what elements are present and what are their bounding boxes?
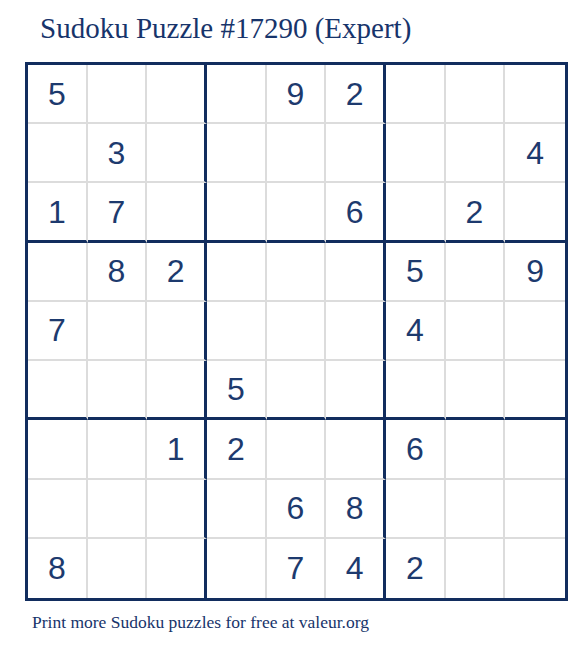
cell-r9c2 [88,539,148,598]
cell-r1c4 [207,65,267,124]
cell-r3c6: 6 [326,183,386,242]
cell-r3c4 [207,183,267,242]
cell-r8c4 [207,480,267,539]
cell-r1c6: 2 [326,65,386,124]
cell-r9c7: 2 [386,539,446,598]
cell-r3c5 [267,183,327,242]
cell-r7c3: 1 [147,420,207,479]
cell-r8c9 [505,480,565,539]
cell-r9c8 [446,539,506,598]
cell-r7c4: 2 [207,420,267,479]
cell-r1c3 [147,65,207,124]
cell-r1c2 [88,65,148,124]
cell-r6c3 [147,361,207,420]
cell-r6c2 [88,361,148,420]
cell-r1c9 [505,65,565,124]
cell-r2c6 [326,124,386,183]
cell-r4c7: 5 [386,243,446,302]
page: Sudoku Puzzle #17290 (Expert) 5923417628… [0,0,580,651]
cell-r7c2 [88,420,148,479]
cell-r8c6: 8 [326,480,386,539]
cell-r7c5 [267,420,327,479]
cell-r8c7 [386,480,446,539]
cell-r6c8 [446,361,506,420]
cell-r7c8 [446,420,506,479]
cell-r7c6 [326,420,386,479]
cell-r6c7 [386,361,446,420]
footer-text: Print more Sudoku puzzles for free at va… [32,612,369,633]
cell-r1c1: 5 [28,65,88,124]
cell-r6c5 [267,361,327,420]
cell-r9c4 [207,539,267,598]
cell-r5c2 [88,302,148,361]
cell-r2c1 [28,124,88,183]
cell-r3c8: 2 [446,183,506,242]
cell-r1c8 [446,65,506,124]
cell-r8c8 [446,480,506,539]
cell-r5c8 [446,302,506,361]
cell-r2c2: 3 [88,124,148,183]
cell-r8c2 [88,480,148,539]
cell-r3c3 [147,183,207,242]
cell-r8c1 [28,480,88,539]
cell-r6c6 [326,361,386,420]
cell-r9c1: 8 [28,539,88,598]
cell-r5c7: 4 [386,302,446,361]
cell-r5c3 [147,302,207,361]
cell-r4c5 [267,243,327,302]
cell-r7c1 [28,420,88,479]
cell-r9c9 [505,539,565,598]
cell-r1c5: 9 [267,65,327,124]
cell-r4c9: 9 [505,243,565,302]
cell-r3c9 [505,183,565,242]
cell-r9c5: 7 [267,539,327,598]
cell-r2c3 [147,124,207,183]
cell-r4c1 [28,243,88,302]
cell-r4c6 [326,243,386,302]
cell-r2c4 [207,124,267,183]
cell-r7c7: 6 [386,420,446,479]
cell-r6c9 [505,361,565,420]
cell-r2c5 [267,124,327,183]
cell-r4c3: 2 [147,243,207,302]
cell-r9c6: 4 [326,539,386,598]
cell-r5c1: 7 [28,302,88,361]
cell-r3c7 [386,183,446,242]
cell-r5c5 [267,302,327,361]
cell-r3c2: 7 [88,183,148,242]
cell-r4c4 [207,243,267,302]
cell-r9c3 [147,539,207,598]
cell-r2c9: 4 [505,124,565,183]
cell-r6c1 [28,361,88,420]
cell-r8c3 [147,480,207,539]
cell-r2c7 [386,124,446,183]
sudoku-grid: 5923417628259745126688742 [25,62,568,601]
cell-r8c5: 6 [267,480,327,539]
cell-r1c7 [386,65,446,124]
cell-r4c8 [446,243,506,302]
cell-r5c4 [207,302,267,361]
cell-r7c9 [505,420,565,479]
cell-r5c9 [505,302,565,361]
cell-r5c6 [326,302,386,361]
cell-r6c4: 5 [207,361,267,420]
page-title: Sudoku Puzzle #17290 (Expert) [40,12,411,45]
cell-r3c1: 1 [28,183,88,242]
cell-r4c2: 8 [88,243,148,302]
cell-r2c8 [446,124,506,183]
